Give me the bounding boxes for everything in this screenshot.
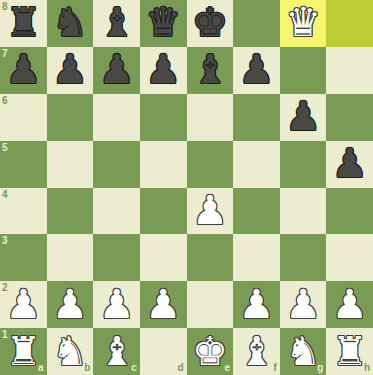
- square-g8[interactable]: ♛: [280, 0, 327, 47]
- square-c2[interactable]: ♟: [93, 281, 140, 328]
- piece-black-pawn[interactable]: ♟: [99, 49, 135, 89]
- square-b6[interactable]: [47, 94, 94, 141]
- square-c8[interactable]: ♝: [93, 0, 140, 47]
- piece-white-pawn[interactable]: ♟: [99, 284, 135, 324]
- piece-black-knight[interactable]: ♞: [52, 2, 88, 42]
- square-f8[interactable]: [233, 0, 280, 47]
- square-d5[interactable]: [140, 141, 187, 188]
- square-h5[interactable]: ♟: [326, 141, 373, 188]
- square-f4[interactable]: [233, 188, 280, 235]
- square-g7[interactable]: [280, 47, 327, 94]
- piece-black-pawn[interactable]: ♟: [239, 49, 275, 89]
- square-h4[interactable]: [326, 188, 373, 235]
- square-g3[interactable]: [280, 234, 327, 281]
- square-b7[interactable]: ♟: [47, 47, 94, 94]
- file-label-d: d: [177, 363, 183, 373]
- square-b8[interactable]: ♞: [47, 0, 94, 47]
- piece-black-pawn[interactable]: ♟: [5, 49, 41, 89]
- piece-white-king[interactable]: ♚: [192, 331, 228, 371]
- square-e7[interactable]: ♝: [187, 47, 234, 94]
- rank-label-6: 6: [2, 96, 8, 106]
- square-a6[interactable]: 6: [0, 94, 47, 141]
- piece-black-pawn[interactable]: ♟: [145, 49, 181, 89]
- piece-white-pawn[interactable]: ♟: [52, 284, 88, 324]
- piece-white-knight[interactable]: ♞: [52, 331, 88, 371]
- square-h8[interactable]: [326, 0, 373, 47]
- piece-black-pawn[interactable]: ♟: [332, 143, 368, 183]
- piece-white-queen[interactable]: ♛: [285, 2, 321, 42]
- square-d2[interactable]: ♟: [140, 281, 187, 328]
- square-e2[interactable]: [187, 281, 234, 328]
- square-g5[interactable]: [280, 141, 327, 188]
- piece-black-pawn[interactable]: ♟: [285, 96, 321, 136]
- square-e8[interactable]: ♚: [187, 0, 234, 47]
- square-b3[interactable]: [47, 234, 94, 281]
- square-g6[interactable]: ♟: [280, 94, 327, 141]
- square-a7[interactable]: 7♟: [0, 47, 47, 94]
- piece-white-rook[interactable]: ♜: [332, 331, 368, 371]
- piece-white-bishop[interactable]: ♝: [99, 331, 135, 371]
- square-d3[interactable]: [140, 234, 187, 281]
- piece-black-queen[interactable]: ♛: [145, 2, 181, 42]
- square-b5[interactable]: [47, 141, 94, 188]
- piece-black-pawn[interactable]: ♟: [52, 49, 88, 89]
- square-e4[interactable]: ♟: [187, 188, 234, 235]
- square-a1[interactable]: 1a♜: [0, 328, 47, 375]
- piece-white-pawn[interactable]: ♟: [332, 284, 368, 324]
- piece-white-pawn[interactable]: ♟: [5, 284, 41, 324]
- rank-label-3: 3: [2, 236, 8, 246]
- square-g4[interactable]: [280, 188, 327, 235]
- square-h1[interactable]: h♜: [326, 328, 373, 375]
- square-d1[interactable]: d: [140, 328, 187, 375]
- piece-white-rook[interactable]: ♜: [5, 331, 41, 371]
- piece-white-pawn[interactable]: ♟: [145, 284, 181, 324]
- piece-white-bishop[interactable]: ♝: [239, 331, 275, 371]
- square-a3[interactable]: 3: [0, 234, 47, 281]
- piece-black-bishop[interactable]: ♝: [99, 2, 135, 42]
- piece-white-knight[interactable]: ♞: [285, 331, 321, 371]
- piece-white-pawn[interactable]: ♟: [239, 284, 275, 324]
- square-g1[interactable]: g♞: [280, 328, 327, 375]
- square-g2[interactable]: ♟: [280, 281, 327, 328]
- piece-white-pawn[interactable]: ♟: [285, 284, 321, 324]
- square-h2[interactable]: ♟: [326, 281, 373, 328]
- square-c1[interactable]: c♝: [93, 328, 140, 375]
- square-f5[interactable]: [233, 141, 280, 188]
- square-e5[interactable]: [187, 141, 234, 188]
- square-c6[interactable]: [93, 94, 140, 141]
- square-f7[interactable]: ♟: [233, 47, 280, 94]
- square-b2[interactable]: ♟: [47, 281, 94, 328]
- square-d6[interactable]: [140, 94, 187, 141]
- piece-black-rook[interactable]: ♜: [5, 2, 41, 42]
- square-h6[interactable]: [326, 94, 373, 141]
- square-a4[interactable]: 4: [0, 188, 47, 235]
- square-f2[interactable]: ♟: [233, 281, 280, 328]
- square-a8[interactable]: 8♜: [0, 0, 47, 47]
- square-h7[interactable]: [326, 47, 373, 94]
- square-d7[interactable]: ♟: [140, 47, 187, 94]
- square-d8[interactable]: ♛: [140, 0, 187, 47]
- square-b1[interactable]: b♞: [47, 328, 94, 375]
- rank-label-4: 4: [2, 190, 8, 200]
- square-c5[interactable]: [93, 141, 140, 188]
- piece-black-king[interactable]: ♚: [192, 2, 228, 42]
- square-c4[interactable]: [93, 188, 140, 235]
- square-f3[interactable]: [233, 234, 280, 281]
- piece-black-bishop[interactable]: ♝: [192, 49, 228, 89]
- square-b4[interactable]: [47, 188, 94, 235]
- square-c7[interactable]: ♟: [93, 47, 140, 94]
- rank-label-5: 5: [2, 143, 8, 153]
- square-c3[interactable]: [93, 234, 140, 281]
- square-a2[interactable]: 2♟: [0, 281, 47, 328]
- square-d4[interactable]: [140, 188, 187, 235]
- chess-board: 8♜♞♝♛♚♛7♟♟♟♟♝♟6♟5♟4♟32♟♟♟♟♟♟♟1a♜b♞c♝de♚f…: [0, 0, 373, 375]
- square-h3[interactable]: [326, 234, 373, 281]
- square-a5[interactable]: 5: [0, 141, 47, 188]
- square-e6[interactable]: [187, 94, 234, 141]
- square-e3[interactable]: [187, 234, 234, 281]
- square-f1[interactable]: f♝: [233, 328, 280, 375]
- square-e1[interactable]: e♚: [187, 328, 234, 375]
- piece-white-pawn[interactable]: ♟: [192, 190, 228, 230]
- square-f6[interactable]: [233, 94, 280, 141]
